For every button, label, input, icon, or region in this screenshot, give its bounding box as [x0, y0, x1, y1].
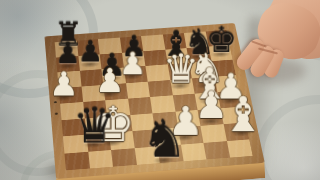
board-hinge-pin — [55, 112, 58, 114]
square-a1 — [64, 151, 89, 170]
chess-board: ♜♟♟♟♝♞♚♟♟♟♟♛♞♝♟♟♟♝♛♚♞ — [45, 23, 265, 179]
piece-glyph: ♟ — [49, 67, 79, 100]
board-hinge-pin — [54, 101, 57, 103]
piece-glyph: ♛ — [72, 101, 116, 150]
piece-glyph: ♟ — [95, 64, 125, 97]
square-g1 — [203, 141, 229, 160]
piece-glyph: ♞ — [142, 114, 188, 166]
video-frame-chess-photo: { "game": "chess", "scene": { "descripti… — [0, 0, 320, 180]
square-h1 — [226, 139, 252, 158]
piece-glyph: ♝ — [221, 90, 264, 138]
square-c1 — [111, 148, 136, 167]
scene: ♜♟♟♟♝♞♚♟♟♟♟♛♞♝♟♟♟♝♛♚♞ — [0, 0, 320, 180]
square-b1 — [88, 150, 113, 169]
